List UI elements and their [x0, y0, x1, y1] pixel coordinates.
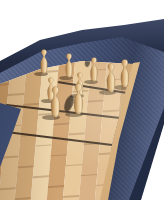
pin-svg [72, 83, 85, 115]
bowling-pin [105, 63, 117, 93]
bowling-pin [119, 59, 131, 88]
pin-svg [89, 57, 99, 82]
bowling-pin [72, 83, 85, 115]
pin-svg [49, 86, 62, 118]
bowling-pin [39, 49, 49, 74]
product-photo-shuffleboard-bowling [0, 0, 164, 200]
pin-svg [119, 59, 131, 88]
bowling-pin [89, 57, 99, 82]
bowling-pin [49, 86, 62, 118]
pins-layer [0, 0, 164, 200]
pin-svg [39, 49, 49, 74]
pin-svg [105, 63, 117, 93]
bowling-pin [64, 53, 74, 78]
pin-svg [64, 53, 74, 78]
